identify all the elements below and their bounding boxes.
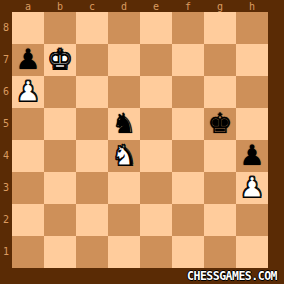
square-a7: ♟ [12, 44, 44, 76]
square-c8 [76, 12, 108, 44]
square-f7 [172, 44, 204, 76]
rank-label-6: 6 [0, 76, 12, 108]
rank-label-8: 8 [0, 12, 12, 44]
file-labels: abcdefgh [12, 0, 268, 12]
square-h1 [236, 236, 268, 268]
white-pawn-a6: ♟ [15, 76, 40, 108]
square-b3 [44, 172, 76, 204]
square-d8 [108, 12, 140, 44]
square-d2 [108, 204, 140, 236]
square-h2 [236, 204, 268, 236]
rank-label-5: 5 [0, 108, 12, 140]
square-c1 [76, 236, 108, 268]
square-b4 [44, 140, 76, 172]
square-e8 [140, 12, 172, 44]
black-pawn-a7: ♟ [15, 44, 40, 76]
square-f5 [172, 108, 204, 140]
square-b5 [44, 108, 76, 140]
square-d7 [108, 44, 140, 76]
square-c6 [76, 76, 108, 108]
square-d5: ♞ [108, 108, 140, 140]
square-f2 [172, 204, 204, 236]
square-b6 [44, 76, 76, 108]
white-king-b7: ♚ [47, 44, 72, 76]
square-g4 [204, 140, 236, 172]
square-c3 [76, 172, 108, 204]
square-a6: ♟ [12, 76, 44, 108]
square-g7 [204, 44, 236, 76]
square-a2 [12, 204, 44, 236]
square-g5: ♚ [204, 108, 236, 140]
rank-label-4: 4 [0, 140, 12, 172]
square-b7: ♚ [44, 44, 76, 76]
square-c4 [76, 140, 108, 172]
square-h4: ♟ [236, 140, 268, 172]
square-c7 [76, 44, 108, 76]
square-f8 [172, 12, 204, 44]
black-knight-d5: ♞ [111, 108, 136, 140]
site-branding: CHESSGAMES.COM [187, 269, 277, 283]
square-b8 [44, 12, 76, 44]
rank-labels: 87654321 [0, 12, 12, 268]
square-g6 [204, 76, 236, 108]
square-e4 [140, 140, 172, 172]
square-e1 [140, 236, 172, 268]
rank-label-3: 3 [0, 172, 12, 204]
square-g1 [204, 236, 236, 268]
rank-label-2: 2 [0, 204, 12, 236]
square-a3 [12, 172, 44, 204]
square-b2 [44, 204, 76, 236]
square-e7 [140, 44, 172, 76]
square-d3 [108, 172, 140, 204]
square-b1 [44, 236, 76, 268]
square-f1 [172, 236, 204, 268]
square-d4: ♞ [108, 140, 140, 172]
white-knight-d4: ♞ [111, 140, 136, 172]
square-f3 [172, 172, 204, 204]
square-d1 [108, 236, 140, 268]
square-e2 [140, 204, 172, 236]
square-d6 [108, 76, 140, 108]
square-g8 [204, 12, 236, 44]
square-h8 [236, 12, 268, 44]
black-pawn-h4: ♟ [239, 140, 264, 172]
square-g3 [204, 172, 236, 204]
board: ♟♚♟♞♚♞♟♟ [12, 12, 268, 268]
white-pawn-h3: ♟ [239, 172, 264, 204]
square-e3 [140, 172, 172, 204]
square-a4 [12, 140, 44, 172]
square-f4 [172, 140, 204, 172]
square-h3: ♟ [236, 172, 268, 204]
square-a8 [12, 12, 44, 44]
square-h6 [236, 76, 268, 108]
square-h7 [236, 44, 268, 76]
square-a5 [12, 108, 44, 140]
square-c5 [76, 108, 108, 140]
square-g2 [204, 204, 236, 236]
square-f6 [172, 76, 204, 108]
black-king-g5: ♚ [207, 108, 232, 140]
square-h5 [236, 108, 268, 140]
chess-diagram: abcdefgh 87654321 ♟♚♟♞♚♞♟♟ CHESSGAMES.CO… [0, 0, 284, 284]
rank-label-7: 7 [0, 44, 12, 76]
square-a1 [12, 236, 44, 268]
rank-label-1: 1 [0, 236, 12, 268]
square-e5 [140, 108, 172, 140]
square-c2 [76, 204, 108, 236]
square-e6 [140, 76, 172, 108]
